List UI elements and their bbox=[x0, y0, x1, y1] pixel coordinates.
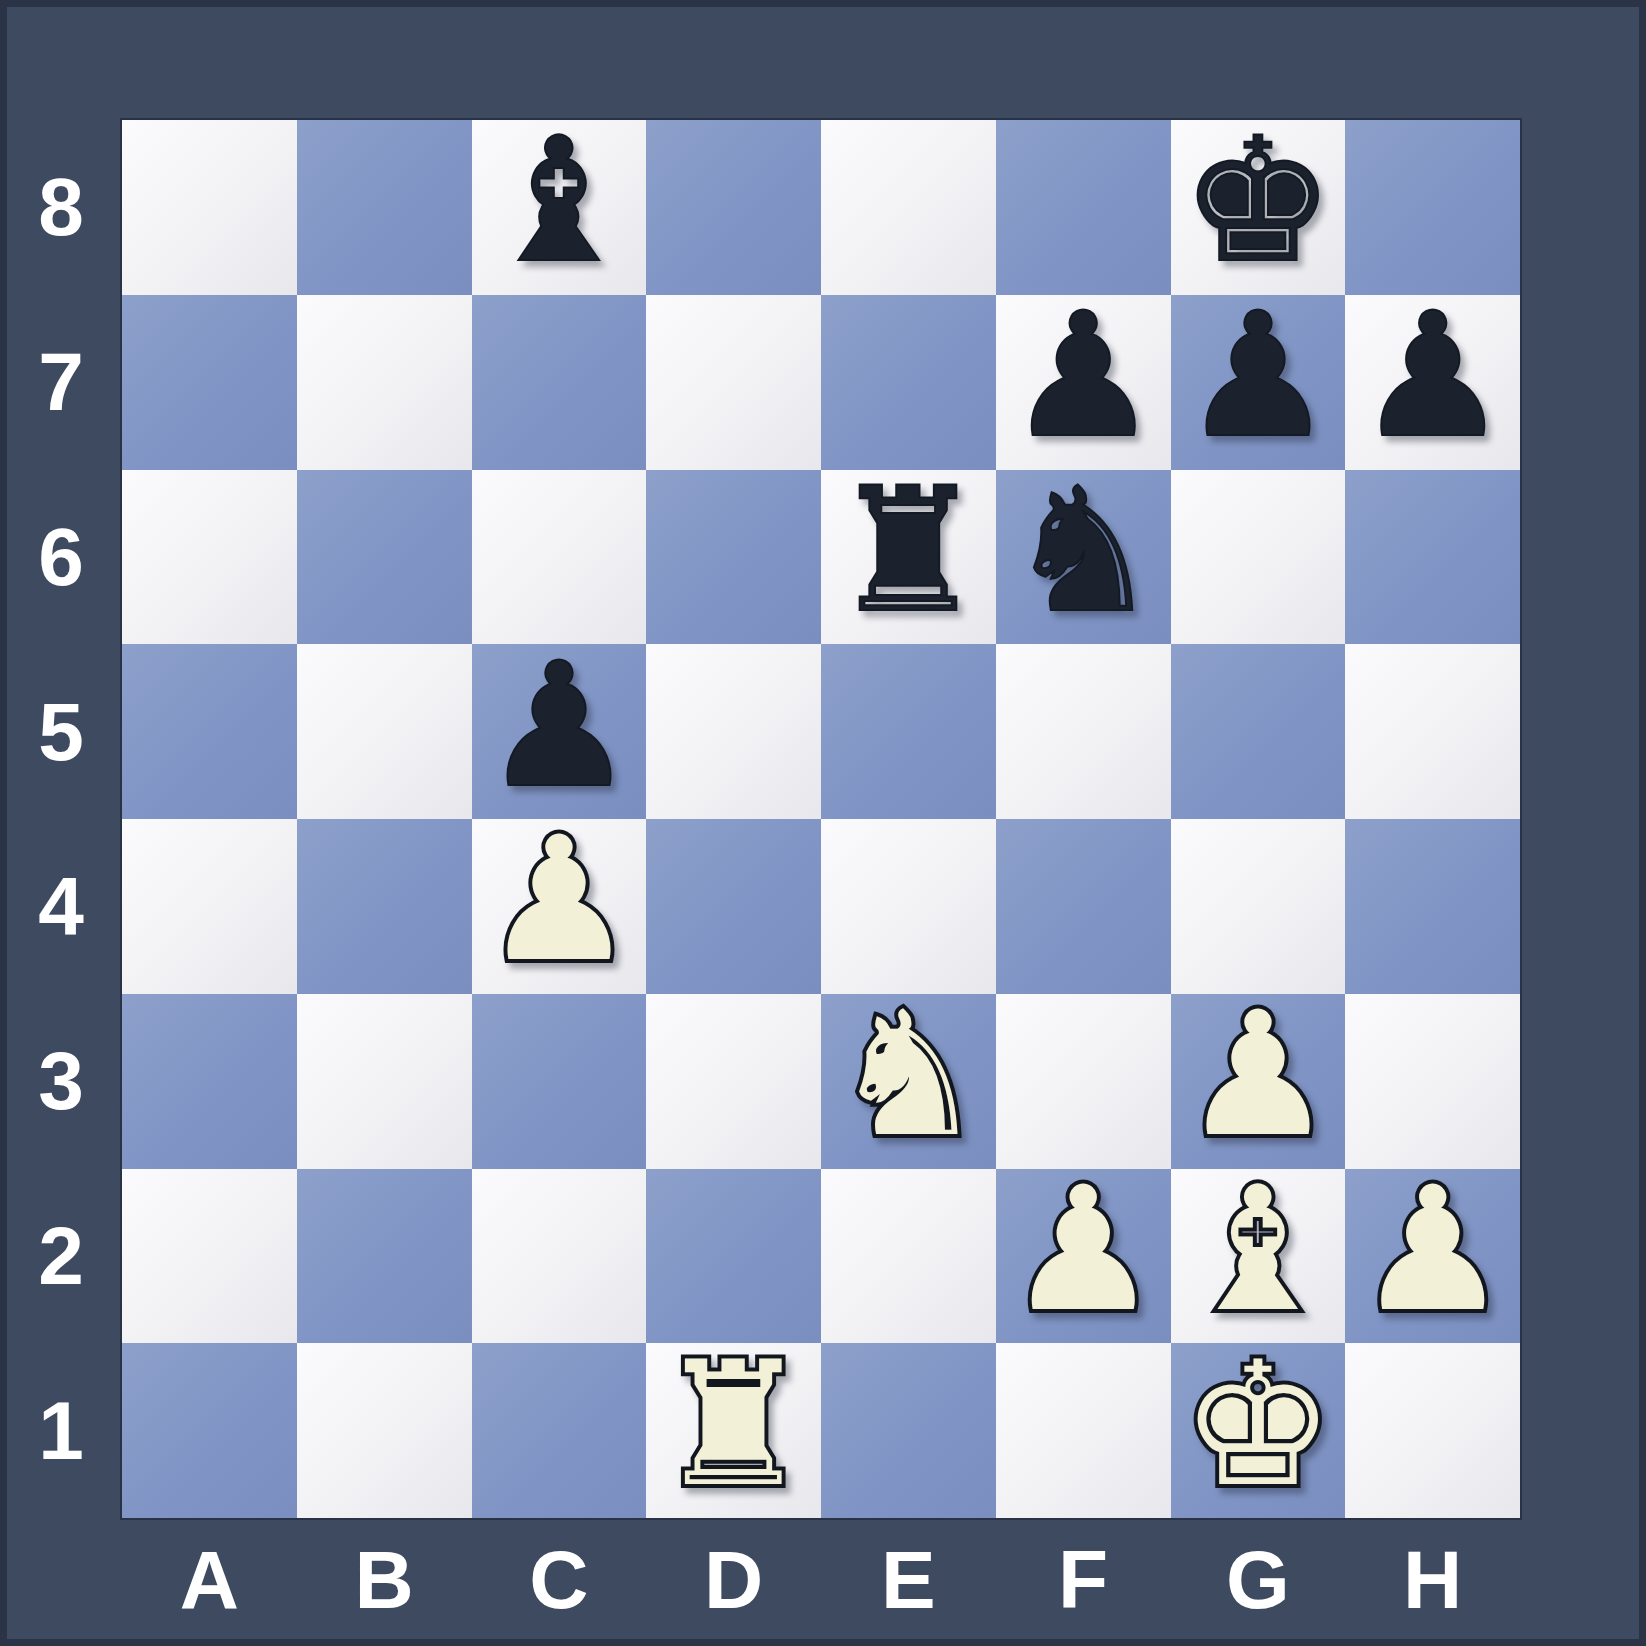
chess-board: ♝♚♟♟♟♜♞♟♟♞♟♟♝♟♜♚ bbox=[122, 120, 1520, 1518]
square-c6[interactable] bbox=[472, 470, 647, 645]
square-h2[interactable]: ♟ bbox=[1345, 1169, 1520, 1344]
square-b8[interactable] bbox=[297, 120, 472, 295]
square-g6[interactable] bbox=[1171, 470, 1346, 645]
square-c5[interactable]: ♟ bbox=[472, 644, 647, 819]
square-g7[interactable]: ♟ bbox=[1171, 295, 1346, 470]
rank-label-4: 4 bbox=[0, 819, 122, 994]
white-pawn[interactable]: ♟ bbox=[1356, 1169, 1510, 1336]
chess-diagram: { "game": "chess", "position": { "fen": … bbox=[0, 0, 1646, 1646]
square-d2[interactable] bbox=[646, 1169, 821, 1344]
square-f4[interactable] bbox=[996, 819, 1171, 994]
square-b6[interactable] bbox=[297, 470, 472, 645]
square-a1[interactable] bbox=[122, 1343, 297, 1518]
square-f6[interactable]: ♞ bbox=[996, 470, 1171, 645]
square-b3[interactable] bbox=[297, 994, 472, 1169]
rank-label-1: 1 bbox=[0, 1343, 122, 1518]
square-a5[interactable] bbox=[122, 644, 297, 819]
square-h6[interactable] bbox=[1345, 470, 1520, 645]
square-h8[interactable] bbox=[1345, 120, 1520, 295]
square-h3[interactable] bbox=[1345, 994, 1520, 1169]
square-g5[interactable] bbox=[1171, 644, 1346, 819]
black-rook[interactable]: ♜ bbox=[831, 470, 985, 637]
file-label-g: G bbox=[1171, 1518, 1346, 1642]
square-e8[interactable] bbox=[821, 120, 996, 295]
file-label-a: A bbox=[122, 1518, 297, 1642]
square-g3[interactable]: ♟ bbox=[1171, 994, 1346, 1169]
black-pawn[interactable]: ♟ bbox=[1181, 295, 1335, 462]
square-h5[interactable] bbox=[1345, 644, 1520, 819]
white-pawn[interactable]: ♟ bbox=[482, 819, 636, 986]
rank-label-3: 3 bbox=[0, 994, 122, 1169]
file-label-h: H bbox=[1345, 1518, 1520, 1642]
square-a3[interactable] bbox=[122, 994, 297, 1169]
file-label-e: E bbox=[821, 1518, 996, 1642]
square-h7[interactable]: ♟ bbox=[1345, 295, 1520, 470]
square-e1[interactable] bbox=[821, 1343, 996, 1518]
black-pawn[interactable]: ♟ bbox=[1006, 295, 1160, 462]
file-labels: ABCDEFGH bbox=[122, 1518, 1520, 1642]
square-d3[interactable] bbox=[646, 994, 821, 1169]
square-d4[interactable] bbox=[646, 819, 821, 994]
square-f5[interactable] bbox=[996, 644, 1171, 819]
square-b7[interactable] bbox=[297, 295, 472, 470]
square-g4[interactable] bbox=[1171, 819, 1346, 994]
square-f2[interactable]: ♟ bbox=[996, 1169, 1171, 1344]
square-f8[interactable] bbox=[996, 120, 1171, 295]
square-e2[interactable] bbox=[821, 1169, 996, 1344]
square-d7[interactable] bbox=[646, 295, 821, 470]
rank-labels: 87654321 bbox=[0, 120, 122, 1518]
file-label-b: B bbox=[297, 1518, 472, 1642]
square-b5[interactable] bbox=[297, 644, 472, 819]
square-h4[interactable] bbox=[1345, 819, 1520, 994]
square-a8[interactable] bbox=[122, 120, 297, 295]
square-e5[interactable] bbox=[821, 644, 996, 819]
square-a6[interactable] bbox=[122, 470, 297, 645]
rank-label-2: 2 bbox=[0, 1169, 122, 1344]
square-c7[interactable] bbox=[472, 295, 647, 470]
rank-label-5: 5 bbox=[0, 644, 122, 819]
white-knight[interactable]: ♞ bbox=[831, 994, 985, 1161]
square-e7[interactable] bbox=[821, 295, 996, 470]
white-rook[interactable]: ♜ bbox=[657, 1343, 811, 1510]
file-label-c: C bbox=[472, 1518, 647, 1642]
black-pawn[interactable]: ♟ bbox=[482, 644, 636, 811]
square-c3[interactable] bbox=[472, 994, 647, 1169]
square-c1[interactable] bbox=[472, 1343, 647, 1518]
square-f3[interactable] bbox=[996, 994, 1171, 1169]
square-a2[interactable] bbox=[122, 1169, 297, 1344]
square-b2[interactable] bbox=[297, 1169, 472, 1344]
square-g1[interactable]: ♚ bbox=[1171, 1343, 1346, 1518]
square-f1[interactable] bbox=[996, 1343, 1171, 1518]
square-c8[interactable]: ♝ bbox=[472, 120, 647, 295]
black-pawn[interactable]: ♟ bbox=[1356, 295, 1510, 462]
black-king[interactable]: ♚ bbox=[1181, 120, 1335, 287]
square-e4[interactable] bbox=[821, 819, 996, 994]
rank-label-7: 7 bbox=[0, 295, 122, 470]
square-g2[interactable]: ♝ bbox=[1171, 1169, 1346, 1344]
white-king[interactable]: ♚ bbox=[1181, 1343, 1335, 1510]
black-bishop[interactable]: ♝ bbox=[482, 120, 636, 287]
rank-label-6: 6 bbox=[0, 470, 122, 645]
white-pawn[interactable]: ♟ bbox=[1006, 1169, 1160, 1336]
square-g8[interactable]: ♚ bbox=[1171, 120, 1346, 295]
square-a4[interactable] bbox=[122, 819, 297, 994]
square-h1[interactable] bbox=[1345, 1343, 1520, 1518]
square-d5[interactable] bbox=[646, 644, 821, 819]
square-d1[interactable]: ♜ bbox=[646, 1343, 821, 1518]
square-b4[interactable] bbox=[297, 819, 472, 994]
file-label-f: F bbox=[996, 1518, 1171, 1642]
square-e3[interactable]: ♞ bbox=[821, 994, 996, 1169]
square-b1[interactable] bbox=[297, 1343, 472, 1518]
square-e6[interactable]: ♜ bbox=[821, 470, 996, 645]
white-pawn[interactable]: ♟ bbox=[1181, 994, 1335, 1161]
black-knight[interactable]: ♞ bbox=[1006, 470, 1160, 637]
square-c4[interactable]: ♟ bbox=[472, 819, 647, 994]
square-f7[interactable]: ♟ bbox=[996, 295, 1171, 470]
rank-label-8: 8 bbox=[0, 120, 122, 295]
square-c2[interactable] bbox=[472, 1169, 647, 1344]
file-label-d: D bbox=[646, 1518, 821, 1642]
square-a7[interactable] bbox=[122, 295, 297, 470]
square-d8[interactable] bbox=[646, 120, 821, 295]
white-bishop[interactable]: ♝ bbox=[1181, 1169, 1335, 1336]
square-d6[interactable] bbox=[646, 470, 821, 645]
